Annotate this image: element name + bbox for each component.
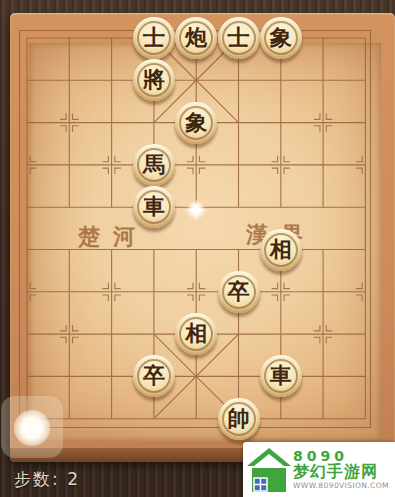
piece-character: 象 [185, 112, 207, 134]
piece-character: 車 [270, 365, 292, 387]
piece-character: 車 [143, 196, 165, 218]
piece-black-horse[interactable]: 馬 [133, 144, 175, 186]
watermark-house-logo-icon [245, 446, 293, 494]
piece-red-chariot[interactable]: 車 [260, 355, 302, 397]
piece-black-soldier[interactable]: 卒 [218, 271, 260, 313]
step-counter-value: 2 [67, 469, 80, 489]
piece-character: 卒 [228, 281, 250, 303]
board-surface [29, 43, 381, 441]
piece-character: 相 [270, 239, 292, 261]
piece-black-general[interactable]: 將 [133, 59, 175, 101]
piece-character: 象 [270, 27, 292, 49]
piece-character: 炮 [185, 27, 207, 49]
watermark-site-name: 梦幻手游网 [293, 464, 395, 481]
piece-black-soldier[interactable]: 卒 [133, 355, 175, 397]
piece-character: 士 [143, 27, 165, 49]
xiangqi-board[interactable] [10, 13, 395, 462]
game-screen: 楚河 漢界 士炮士象將象馬車相卒相卒車帥 步数: 2 8090 梦幻手游网 WW… [0, 0, 395, 497]
piece-black-elephant[interactable]: 象 [175, 102, 217, 144]
piece-black-advisor[interactable]: 士 [133, 17, 175, 59]
piece-red-elephant[interactable]: 相 [175, 313, 217, 355]
step-counter: 步数: 2 [14, 468, 80, 491]
piece-red-elephant[interactable]: 相 [260, 229, 302, 271]
watermark-card: 8090 梦幻手游网 WWW.8090VISION.COM [243, 442, 395, 497]
piece-black-cannon[interactable]: 炮 [175, 17, 217, 59]
piece-character: 馬 [143, 154, 165, 176]
watermark-url: WWW.8090VISION.COM [293, 482, 395, 490]
piece-red-general[interactable]: 帥 [218, 398, 260, 440]
piece-black-advisor[interactable]: 士 [218, 17, 260, 59]
step-counter-label: 步数: [14, 469, 60, 489]
piece-character: 士 [228, 27, 250, 49]
piece-black-chariot[interactable]: 車 [133, 186, 175, 228]
piece-character: 帥 [228, 408, 250, 430]
piece-black-elephant[interactable]: 象 [260, 17, 302, 59]
piece-character: 卒 [143, 365, 165, 387]
piece-character: 相 [185, 323, 207, 345]
piece-character: 將 [143, 69, 165, 91]
